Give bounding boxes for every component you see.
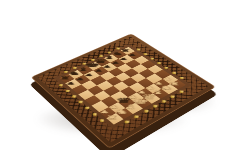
brass-diamond-inlay (65, 89, 70, 92)
piece-white-pawn[interactable]: ♟ (162, 77, 172, 80)
piece-black-pawn[interactable]: ♟ (84, 73, 94, 76)
brass-diamond-inlay (92, 113, 97, 116)
brass-diamond-inlay (137, 49, 141, 51)
brass-diamond-inlay (71, 95, 76, 98)
brass-diamond-inlay (143, 53, 147, 55)
piece-black-pawn[interactable]: ♟ (119, 57, 128, 60)
brass-diamond-inlay (59, 84, 64, 87)
brass-diamond-inlay (99, 119, 104, 122)
piece-white-rook[interactable]: ♜ (105, 116, 118, 121)
piece-black-pawn[interactable]: ♟ (65, 82, 76, 85)
brass-diamond-inlay (179, 90, 183, 93)
chess-set-photo: ♜♟♟♜♞♟♟♞♝♟♟♝♛♟♟♛♚♟♟♚♝♟♛♝♞♟♟♞♜♟♟♜ (0, 0, 240, 150)
brass-diamond-inlay (150, 57, 154, 59)
brass-diamond-inlay (157, 62, 161, 64)
piece-black-pawn[interactable]: ♟ (127, 54, 136, 57)
brass-diamond-inlay (164, 67, 168, 69)
perspective-scene: ♜♟♟♜♞♟♟♞♝♟♟♝♛♟♟♛♚♟♟♚♝♟♛♝♞♟♟♞♜♟♟♜ (56, 16, 188, 148)
brass-diamond-inlay (171, 95, 175, 98)
brass-diamond-inlay (162, 100, 166, 103)
brass-diamond-inlay (180, 76, 184, 79)
brass-diamond-inlay (153, 105, 158, 108)
brass-diamond-inlay (134, 115, 139, 118)
piece-black-pawn[interactable]: ♟ (93, 69, 103, 72)
piece-black-rook[interactable]: ♜ (58, 76, 70, 80)
brass-diamond-inlay (144, 110, 149, 113)
brass-diamond-inlay (172, 71, 176, 73)
brass-diamond-inlay (125, 120, 130, 123)
brass-diamond-inlay (78, 101, 83, 104)
brass-diamond-inlay (85, 107, 90, 110)
